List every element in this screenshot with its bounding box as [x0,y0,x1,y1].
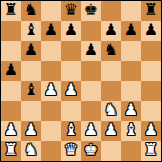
square-f8[interactable] [101,1,121,21]
black-pawn-a5: ♟ [4,62,18,78]
square-g4[interactable] [121,81,141,101]
white-pawn-e2: ♟ [84,122,98,138]
black-knight-f6: ♞ [104,42,118,58]
white-rook-a1: ♜ [4,142,18,158]
square-d7[interactable]: ♟ [61,21,81,41]
square-h3[interactable] [141,101,161,121]
square-d2[interactable]: ♝ [61,121,81,141]
square-b4[interactable]: ♝ [21,81,41,101]
white-pawn-d4: ♟ [64,82,78,98]
black-pawn-b6: ♟ [24,42,38,58]
square-b7[interactable]: ♝ [21,21,41,41]
black-king-e8: ♚ [84,2,98,18]
square-e3[interactable] [81,101,101,121]
black-pawn-g7: ♟ [124,22,138,38]
white-pawn-h2: ♟ [144,122,158,138]
white-pawn-a2: ♟ [4,122,18,138]
square-h6[interactable] [141,41,161,61]
square-g5[interactable] [121,61,141,81]
square-g7[interactable]: ♟ [121,21,141,41]
black-rook-a8: ♜ [4,2,18,18]
square-h4[interactable] [141,81,161,101]
black-pawn-c7: ♟ [44,22,58,38]
square-g3[interactable]: ♟ [121,101,141,121]
square-c4[interactable]: ♟ [41,81,61,101]
square-e5[interactable] [81,61,101,81]
square-e4[interactable] [81,81,101,101]
square-c6[interactable] [41,41,61,61]
square-f6[interactable]: ♞ [101,41,121,61]
square-b3[interactable] [21,101,41,121]
square-c8[interactable] [41,1,61,21]
white-pawn-b2: ♟ [24,122,38,138]
white-knight-f3: ♞ [104,102,118,118]
white-bishop-g2: ♝ [124,122,138,138]
square-d8[interactable]: ♛ [61,1,81,21]
chess-board: ♜♞♛♚♜♝♟♟♟♟♟♟♟♞♟♝♟♟♞♟♟♟♝♟♟♝♟♜♞♛♚♜ [0,0,162,162]
square-a4[interactable] [1,81,21,101]
square-g2[interactable]: ♝ [121,121,141,141]
square-a8[interactable]: ♜ [1,1,21,21]
square-b6[interactable]: ♟ [21,41,41,61]
square-f4[interactable] [101,81,121,101]
black-bishop-b4: ♝ [24,82,38,98]
square-c1[interactable] [41,141,61,161]
square-a1[interactable]: ♜ [1,141,21,161]
white-queen-d1: ♛ [64,142,78,158]
black-pawn-d7: ♟ [64,22,78,38]
square-h5[interactable] [141,61,161,81]
white-knight-b1: ♞ [24,142,38,158]
square-f7[interactable]: ♟ [101,21,121,41]
black-pawn-e6: ♟ [84,42,98,58]
square-h8[interactable]: ♜ [141,1,161,21]
square-b5[interactable] [21,61,41,81]
square-a2[interactable]: ♟ [1,121,21,141]
square-a7[interactable] [1,21,21,41]
square-b1[interactable]: ♞ [21,141,41,161]
black-pawn-h7: ♟ [144,22,158,38]
square-c2[interactable] [41,121,61,141]
square-d3[interactable] [61,101,81,121]
square-f5[interactable] [101,61,121,81]
square-d5[interactable] [61,61,81,81]
square-f3[interactable]: ♞ [101,101,121,121]
square-g6[interactable] [121,41,141,61]
square-h1[interactable]: ♜ [141,141,161,161]
black-pawn-f7: ♟ [104,22,118,38]
black-knight-b8: ♞ [24,2,38,18]
black-queen-d8: ♛ [64,2,78,18]
white-pawn-c4: ♟ [44,82,58,98]
square-a5[interactable]: ♟ [1,61,21,81]
square-a3[interactable] [1,101,21,121]
white-pawn-f2: ♟ [104,122,118,138]
black-rook-h8: ♜ [144,2,158,18]
square-e6[interactable]: ♟ [81,41,101,61]
square-e7[interactable] [81,21,101,41]
square-d6[interactable] [61,41,81,61]
square-b8[interactable]: ♞ [21,1,41,21]
square-h2[interactable]: ♟ [141,121,161,141]
square-d1[interactable]: ♛ [61,141,81,161]
square-h7[interactable]: ♟ [141,21,161,41]
white-pawn-g3: ♟ [124,102,138,118]
square-b2[interactable]: ♟ [21,121,41,141]
square-c5[interactable] [41,61,61,81]
square-f2[interactable]: ♟ [101,121,121,141]
square-c3[interactable] [41,101,61,121]
square-e2[interactable]: ♟ [81,121,101,141]
square-e1[interactable]: ♚ [81,141,101,161]
square-e8[interactable]: ♚ [81,1,101,21]
square-f1[interactable] [101,141,121,161]
square-g8[interactable] [121,1,141,21]
square-d4[interactable]: ♟ [61,81,81,101]
white-bishop-d2: ♝ [64,122,78,138]
square-a6[interactable] [1,41,21,61]
square-c7[interactable]: ♟ [41,21,61,41]
white-king-e1: ♚ [84,142,98,158]
black-bishop-b7: ♝ [24,22,38,38]
white-rook-h1: ♜ [144,142,158,158]
square-g1[interactable] [121,141,141,161]
